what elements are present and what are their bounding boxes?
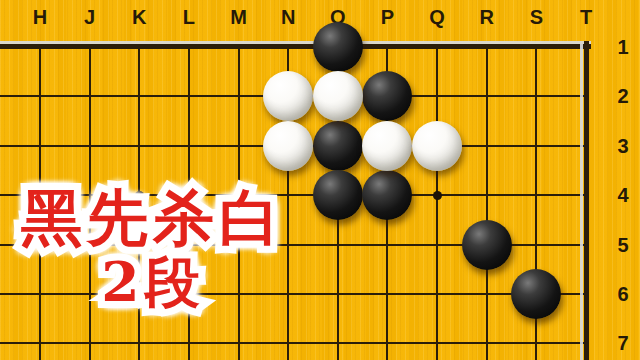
stone-black-O3 bbox=[313, 121, 363, 171]
column-label-K: K bbox=[132, 7, 146, 27]
stone-white-N3 bbox=[263, 121, 313, 171]
row-label-3: 3 bbox=[617, 136, 628, 156]
grid-line-col-Q bbox=[436, 44, 438, 360]
column-label-R: R bbox=[480, 7, 494, 27]
column-label-S: S bbox=[530, 7, 543, 27]
row-label-7: 7 bbox=[617, 333, 628, 353]
row-label-6: 6 bbox=[617, 284, 628, 304]
column-label-P: P bbox=[381, 7, 394, 27]
column-label-N: N bbox=[281, 7, 295, 27]
row-label-1: 1 bbox=[617, 37, 628, 57]
column-label-M: M bbox=[230, 7, 247, 27]
row-label-2: 2 bbox=[617, 86, 628, 106]
caption-black-to-kill: 黑先杀白 bbox=[0, 186, 306, 249]
board-right-edge-highlight bbox=[580, 44, 583, 360]
stone-black-O1 bbox=[313, 22, 363, 72]
column-label-L: L bbox=[183, 7, 195, 27]
stone-black-S6 bbox=[511, 269, 561, 319]
go-board-screenshot: HJKLMNOPQRST1234567 黑先杀白 2段 bbox=[0, 0, 640, 360]
stone-black-R5 bbox=[462, 220, 512, 270]
row-label-4: 4 bbox=[617, 185, 628, 205]
stone-black-P4 bbox=[362, 170, 412, 220]
stone-black-O4 bbox=[313, 170, 363, 220]
puzzle-caption: 黑先杀白 2段 bbox=[0, 186, 306, 311]
row-label-5: 5 bbox=[617, 235, 628, 255]
star-point-Q4 bbox=[433, 191, 442, 200]
stone-black-P2 bbox=[362, 71, 412, 121]
column-label-J: J bbox=[84, 7, 95, 27]
stone-white-P3 bbox=[362, 121, 412, 171]
column-label-H: H bbox=[33, 7, 47, 27]
caption-rank-2dan: 2段 bbox=[0, 253, 306, 310]
stone-white-Q3 bbox=[412, 121, 462, 171]
grid-line-col-R bbox=[486, 44, 488, 360]
stone-white-O2 bbox=[313, 71, 363, 121]
stone-white-N2 bbox=[263, 71, 313, 121]
board-right-edge-line bbox=[584, 41, 589, 360]
column-label-T: T bbox=[580, 7, 592, 27]
column-label-Q: Q bbox=[429, 7, 445, 27]
